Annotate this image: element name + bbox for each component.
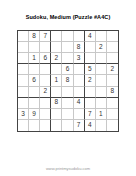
cell-r4c3 [40,64,51,75]
given-digit: 3 [21,111,25,118]
cell-r4c6 [74,64,85,75]
cell-r5c8 [96,75,107,86]
cell-r6c4 [51,87,62,98]
sudoku-board: 87482162365261822884397174 [17,30,119,132]
cell-r6c1 [18,87,29,98]
cell-r1c2: 8 [29,31,40,42]
cell-r3c6: 3 [74,53,85,64]
cell-r2c6: 8 [74,42,85,53]
cell-r2c9 [107,42,118,53]
given-digit: 6 [43,55,47,62]
page-title: Sudoku, Medium (Puzzle #A4C) [0,14,136,20]
cell-r8c4 [51,109,62,120]
cell-r4c2 [29,64,40,75]
given-digit: 2 [88,77,92,84]
cell-r2c2 [29,42,40,53]
cell-r2c7 [85,42,96,53]
cell-r5c6 [74,75,85,86]
cell-r2c5 [62,42,73,53]
cell-r1c4 [51,31,62,42]
cell-r5c4: 1 [51,75,62,86]
cell-r1c6 [74,31,85,42]
given-digit: 3 [77,55,81,62]
given-digit: 7 [77,122,81,129]
cell-r7c9 [107,98,118,109]
cell-r3c2: 1 [29,53,40,64]
cell-r6c9: 8 [107,87,118,98]
given-digit: 8 [111,88,115,95]
cell-r7c7 [85,98,96,109]
cell-r5c9 [107,75,118,86]
given-digit: 1 [55,77,59,84]
cell-r5c2: 6 [29,75,40,86]
cell-r6c2 [29,87,40,98]
given-digit: 2 [111,66,115,73]
cell-r1c3: 7 [40,31,51,42]
cell-r1c5 [62,31,73,42]
cell-r7c1 [18,98,29,109]
cell-r7c8 [96,98,107,109]
cell-r8c6 [74,109,85,120]
cell-r4c9: 2 [107,64,118,75]
cell-r2c4 [51,42,62,53]
given-digit: 4 [88,33,92,40]
given-digit: 4 [88,122,92,129]
cell-r3c1 [18,53,29,64]
cell-r9c8 [96,120,107,131]
cell-r1c7: 4 [85,31,96,42]
cell-r3c4: 2 [51,53,62,64]
cell-r7c5 [62,98,73,109]
cell-r2c3 [40,42,51,53]
footer-url: www.printmysudoku.com [0,166,136,171]
cell-r5c1 [18,75,29,86]
given-digit: 5 [88,66,92,73]
cell-r3c3: 6 [40,53,51,64]
cell-r8c8: 1 [96,109,107,120]
cell-r8c9 [107,109,118,120]
cell-r6c3: 2 [40,87,51,98]
cell-r3c9 [107,53,118,64]
given-digit: 6 [32,77,36,84]
cell-r8c5 [62,109,73,120]
cell-r2c1 [18,42,29,53]
cell-r7c3 [40,98,51,109]
given-digit: 7 [43,33,47,40]
cell-r5c3 [40,75,51,86]
given-digit: 8 [66,77,70,84]
cell-r3c5 [62,53,73,64]
cell-r7c2 [29,98,40,109]
cell-r9c1 [18,120,29,131]
given-digit: 4 [77,99,81,106]
cell-r8c1: 3 [18,109,29,120]
given-digit: 8 [55,99,59,106]
given-digit: 2 [43,88,47,95]
given-digit: 2 [55,55,59,62]
cell-r3c8 [96,53,107,64]
given-digit: 9 [32,111,36,118]
cell-r9c3 [40,120,51,131]
cell-r7c4: 8 [51,98,62,109]
given-digit: 8 [32,33,36,40]
given-digit: 1 [32,55,36,62]
cell-r1c9 [107,31,118,42]
cell-r4c4 [51,64,62,75]
cell-r9c2 [29,120,40,131]
cell-r8c7: 7 [85,109,96,120]
cell-r9c6: 7 [74,120,85,131]
cell-r4c5: 6 [62,64,73,75]
given-digit: 6 [66,66,70,73]
cell-r9c5 [62,120,73,131]
cell-r8c2: 9 [29,109,40,120]
cell-r4c1 [18,64,29,75]
cell-r6c8 [96,87,107,98]
given-digit: 7 [88,111,92,118]
cell-r5c5: 8 [62,75,73,86]
cell-r6c5 [62,87,73,98]
cell-r4c8 [96,64,107,75]
cell-r9c7: 4 [85,120,96,131]
given-digit: 8 [77,44,81,51]
cell-r6c6 [74,87,85,98]
given-digit: 1 [99,111,103,118]
cell-r1c1 [18,31,29,42]
cell-r4c7: 5 [85,64,96,75]
cell-r7c6: 4 [74,98,85,109]
cell-r9c4 [51,120,62,131]
cell-r6c7 [85,87,96,98]
cell-r8c3 [40,109,51,120]
cell-r5c7: 2 [85,75,96,86]
cell-r1c8 [96,31,107,42]
cell-r2c8: 2 [96,42,107,53]
cell-r3c7 [85,53,96,64]
given-digit: 2 [99,44,103,51]
